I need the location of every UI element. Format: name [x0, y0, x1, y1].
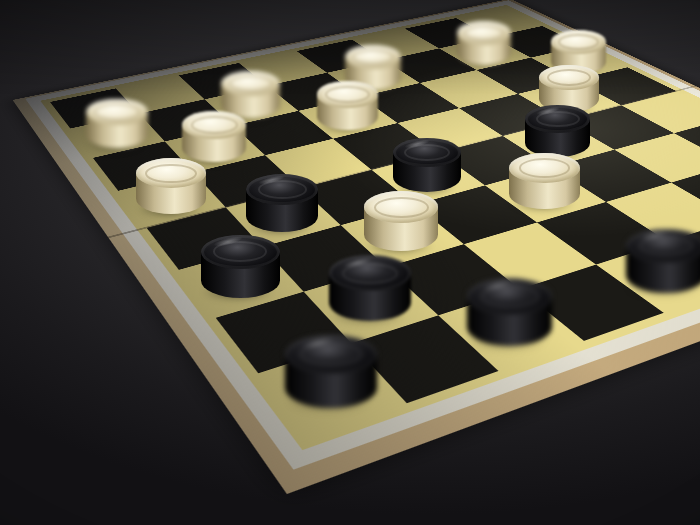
- piece-top: [86, 99, 148, 126]
- black-checker[interactable]: [525, 105, 589, 157]
- piece-top: [539, 65, 599, 91]
- white-checker[interactable]: [509, 153, 579, 209]
- black-checker[interactable]: [246, 174, 318, 231]
- piece-top: [345, 45, 401, 69]
- piece-top: [626, 229, 700, 263]
- piece-top: [457, 21, 511, 44]
- black-checker[interactable]: [393, 138, 461, 192]
- piece-top: [525, 105, 589, 133]
- piece-top: [329, 255, 411, 290]
- piece-top: [393, 138, 461, 167]
- photo-scene: [0, 0, 700, 525]
- piece-top: [551, 30, 606, 54]
- piece-top: [182, 111, 246, 139]
- white-checker[interactable]: [86, 99, 148, 149]
- piece-top: [201, 235, 280, 269]
- black-checker[interactable]: [201, 235, 280, 298]
- piece-top: [509, 153, 579, 183]
- piece-top: [221, 71, 280, 97]
- white-checker[interactable]: [136, 158, 205, 214]
- white-checker[interactable]: [457, 21, 511, 64]
- black-checker[interactable]: [467, 278, 552, 346]
- black-checker[interactable]: [285, 335, 376, 408]
- white-checker[interactable]: [364, 191, 438, 250]
- piece-top: [285, 335, 376, 374]
- black-checker[interactable]: [329, 255, 411, 321]
- piece-top: [317, 81, 378, 107]
- white-checker[interactable]: [182, 111, 246, 162]
- piece-top: [467, 278, 552, 315]
- white-checker[interactable]: [317, 81, 378, 130]
- black-checker[interactable]: [626, 229, 700, 293]
